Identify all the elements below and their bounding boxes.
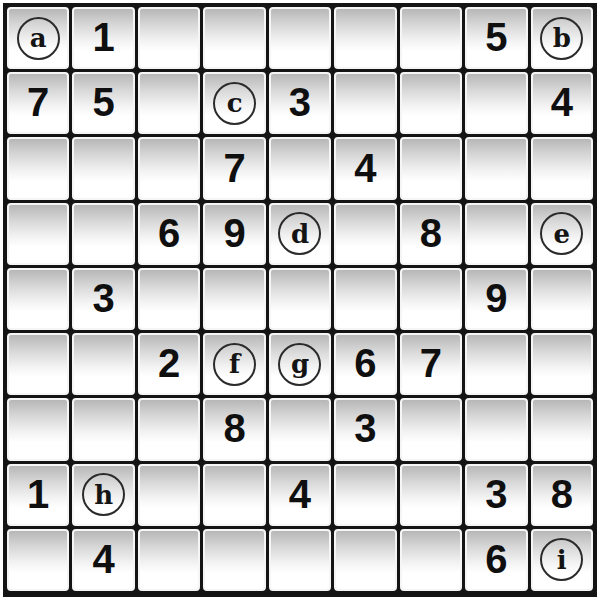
cell-r9c9[interactable]: i: [531, 529, 593, 591]
given-digit: 1: [27, 474, 49, 514]
cell-r5c3[interactable]: [138, 268, 200, 330]
given-digit: 8: [223, 408, 245, 448]
cell-r5c7[interactable]: [400, 268, 462, 330]
cell-r4c8[interactable]: [465, 203, 527, 265]
cell-r6c3[interactable]: 2: [138, 333, 200, 395]
cell-r7c3[interactable]: [138, 398, 200, 460]
cell-r1c4[interactable]: [203, 7, 265, 69]
cell-r9c4[interactable]: [203, 529, 265, 591]
cell-r3c5[interactable]: [269, 137, 331, 199]
cell-r6c7[interactable]: 7: [400, 333, 462, 395]
cell-r3c4[interactable]: 7: [203, 137, 265, 199]
cell-r4c6[interactable]: [334, 203, 396, 265]
cell-r1c6[interactable]: [334, 7, 396, 69]
cell-r1c2[interactable]: 1: [72, 7, 134, 69]
cell-r9c8[interactable]: 6: [465, 529, 527, 591]
cell-r2c2[interactable]: 5: [72, 72, 134, 134]
given-digit: 4: [354, 148, 376, 188]
cell-r5c6[interactable]: [334, 268, 396, 330]
given-digit: 6: [354, 343, 376, 383]
cell-r3c7[interactable]: [400, 137, 462, 199]
circled-letter-i: i: [540, 538, 583, 581]
cell-r3c6[interactable]: 4: [334, 137, 396, 199]
cell-r7c1[interactable]: [7, 398, 69, 460]
cell-r2c3[interactable]: [138, 72, 200, 134]
cell-r6c4[interactable]: f: [203, 333, 265, 395]
cell-r9c5[interactable]: [269, 529, 331, 591]
cell-r2c6[interactable]: [334, 72, 396, 134]
cell-r1c9[interactable]: b: [531, 7, 593, 69]
given-digit: 3: [289, 82, 311, 122]
cell-r4c2[interactable]: [72, 203, 134, 265]
cell-r4c1[interactable]: [7, 203, 69, 265]
given-digit: 1: [93, 17, 115, 57]
cell-r3c1[interactable]: [7, 137, 69, 199]
given-digit: 3: [93, 278, 115, 318]
cell-r2c7[interactable]: [400, 72, 462, 134]
given-digit: 2: [158, 343, 180, 383]
given-digit: 7: [223, 148, 245, 188]
cell-r3c9[interactable]: [531, 137, 593, 199]
circled-letter-a: a: [17, 17, 60, 60]
given-digit: 9: [223, 213, 245, 253]
given-digit: 9: [485, 278, 507, 318]
circled-letter-d: d: [278, 212, 321, 255]
given-digit: 8: [420, 213, 442, 253]
cell-r6c2[interactable]: [72, 333, 134, 395]
cell-r8c7[interactable]: [400, 464, 462, 526]
cell-r6c5[interactable]: g: [269, 333, 331, 395]
page: a15b75c347469d8e392fg67831h43846i: [0, 0, 600, 600]
sudoku-board: a15b75c347469d8e392fg67831h43846i: [3, 3, 597, 597]
given-digit: 8: [551, 474, 573, 514]
cell-r5c2[interactable]: 3: [72, 268, 134, 330]
given-digit: 4: [289, 474, 311, 514]
cell-r4c9[interactable]: e: [531, 203, 593, 265]
cell-r2c8[interactable]: [465, 72, 527, 134]
cell-r4c4[interactable]: 9: [203, 203, 265, 265]
cell-r5c1[interactable]: [7, 268, 69, 330]
cell-r2c5[interactable]: 3: [269, 72, 331, 134]
cell-r1c8[interactable]: 5: [465, 7, 527, 69]
cell-r1c3[interactable]: [138, 7, 200, 69]
cell-r7c5[interactable]: [269, 398, 331, 460]
cell-r6c6[interactable]: 6: [334, 333, 396, 395]
cell-r3c8[interactable]: [465, 137, 527, 199]
given-digit: 7: [27, 82, 49, 122]
cell-r3c2[interactable]: [72, 137, 134, 199]
circled-letter-f: f: [213, 343, 256, 386]
cell-r3c3[interactable]: [138, 137, 200, 199]
cell-r9c7[interactable]: [400, 529, 462, 591]
cell-r7c2[interactable]: [72, 398, 134, 460]
cell-r9c6[interactable]: [334, 529, 396, 591]
given-digit: 4: [551, 82, 573, 122]
cell-r5c9[interactable]: [531, 268, 593, 330]
cell-r8c3[interactable]: [138, 464, 200, 526]
cell-r7c6[interactable]: 3: [334, 398, 396, 460]
given-digit: 7: [420, 343, 442, 383]
cell-r8c5[interactable]: 4: [269, 464, 331, 526]
circled-letter-g: g: [278, 343, 321, 386]
given-digit: 5: [93, 82, 115, 122]
given-digit: 3: [354, 408, 376, 448]
cell-r1c7[interactable]: [400, 7, 462, 69]
cell-r5c8[interactable]: 9: [465, 268, 527, 330]
circled-letter-b: b: [540, 17, 583, 60]
cell-r7c8[interactable]: [465, 398, 527, 460]
cell-r5c4[interactable]: [203, 268, 265, 330]
given-digit: 6: [485, 539, 507, 579]
cell-r9c2[interactable]: 4: [72, 529, 134, 591]
cell-r9c1[interactable]: [7, 529, 69, 591]
cell-r8c6[interactable]: [334, 464, 396, 526]
cell-r2c9[interactable]: 4: [531, 72, 593, 134]
given-digit: 5: [485, 17, 507, 57]
cell-r2c4[interactable]: c: [203, 72, 265, 134]
cell-r7c7[interactable]: [400, 398, 462, 460]
cell-r4c7[interactable]: 8: [400, 203, 462, 265]
given-digit: 3: [485, 474, 507, 514]
given-digit: 6: [158, 213, 180, 253]
cell-r5c5[interactable]: [269, 268, 331, 330]
circled-letter-c: c: [213, 82, 256, 125]
circled-letter-h: h: [82, 473, 125, 516]
cell-r6c8[interactable]: [465, 333, 527, 395]
cell-r7c4[interactable]: 8: [203, 398, 265, 460]
cell-r7c9[interactable]: [531, 398, 593, 460]
cell-r8c8[interactable]: 3: [465, 464, 527, 526]
cell-r2c1[interactable]: 7: [7, 72, 69, 134]
cell-r1c1[interactable]: a: [7, 7, 69, 69]
cell-r8c4[interactable]: [203, 464, 265, 526]
cell-r8c9[interactable]: 8: [531, 464, 593, 526]
circled-letter-e: e: [540, 212, 583, 255]
cell-r8c1[interactable]: 1: [7, 464, 69, 526]
cell-r6c1[interactable]: [7, 333, 69, 395]
cell-r4c3[interactable]: 6: [138, 203, 200, 265]
given-digit: 4: [93, 539, 115, 579]
cell-r6c9[interactable]: [531, 333, 593, 395]
cell-r8c2[interactable]: h: [72, 464, 134, 526]
cell-r9c3[interactable]: [138, 529, 200, 591]
cell-r4c5[interactable]: d: [269, 203, 331, 265]
cell-r1c5[interactable]: [269, 7, 331, 69]
